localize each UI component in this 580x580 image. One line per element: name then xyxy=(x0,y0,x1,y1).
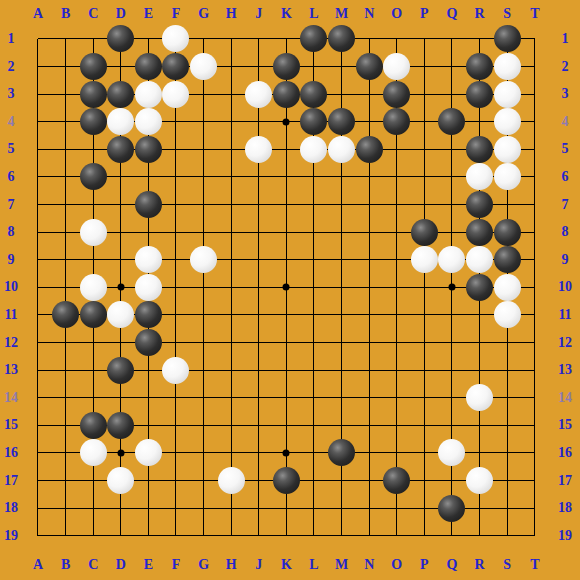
intersection-Q16[interactable] xyxy=(438,439,466,467)
intersection-E12[interactable] xyxy=(135,329,163,357)
intersection-O19[interactable] xyxy=(383,522,411,550)
intersection-C4[interactable] xyxy=(79,108,107,136)
intersection-L14[interactable] xyxy=(300,384,328,412)
intersection-J10[interactable] xyxy=(245,274,273,302)
intersection-O18[interactable] xyxy=(383,494,411,522)
intersection-P8[interactable] xyxy=(411,218,439,246)
intersection-C8[interactable] xyxy=(79,218,107,246)
intersection-M2[interactable] xyxy=(328,53,356,81)
intersection-L10[interactable] xyxy=(300,274,328,302)
intersection-J11[interactable] xyxy=(245,301,273,329)
intersection-S18[interactable] xyxy=(493,494,521,522)
intersection-B3[interactable] xyxy=(52,80,80,108)
intersection-M7[interactable] xyxy=(328,191,356,219)
intersection-A8[interactable] xyxy=(24,218,52,246)
intersection-N3[interactable] xyxy=(355,80,383,108)
intersection-D9[interactable] xyxy=(107,246,135,274)
intersection-D14[interactable] xyxy=(107,384,135,412)
intersection-J1[interactable] xyxy=(245,25,273,53)
intersection-C7[interactable] xyxy=(79,191,107,219)
intersection-A5[interactable] xyxy=(24,136,52,164)
intersection-S2[interactable] xyxy=(493,53,521,81)
intersection-B17[interactable] xyxy=(52,467,80,495)
intersection-G12[interactable] xyxy=(190,329,218,357)
intersection-S6[interactable] xyxy=(493,163,521,191)
intersection-G8[interactable] xyxy=(190,218,218,246)
intersection-A16[interactable] xyxy=(24,439,52,467)
intersection-J17[interactable] xyxy=(245,467,273,495)
intersection-N18[interactable] xyxy=(355,494,383,522)
intersection-F11[interactable] xyxy=(162,301,190,329)
intersection-T1[interactable] xyxy=(521,25,549,53)
intersection-J2[interactable] xyxy=(245,53,273,81)
intersection-E17[interactable] xyxy=(135,467,163,495)
intersection-J13[interactable] xyxy=(245,356,273,384)
intersection-J9[interactable] xyxy=(245,246,273,274)
intersection-G17[interactable] xyxy=(190,467,218,495)
intersection-R4[interactable] xyxy=(466,108,494,136)
intersection-A14[interactable] xyxy=(24,384,52,412)
intersection-M11[interactable] xyxy=(328,301,356,329)
intersection-G7[interactable] xyxy=(190,191,218,219)
intersection-C13[interactable] xyxy=(79,356,107,384)
intersection-Q7[interactable] xyxy=(438,191,466,219)
intersection-S1[interactable] xyxy=(493,25,521,53)
intersection-F14[interactable] xyxy=(162,384,190,412)
intersection-H10[interactable] xyxy=(217,274,245,302)
intersection-K2[interactable] xyxy=(273,53,301,81)
intersection-E8[interactable] xyxy=(135,218,163,246)
intersection-O6[interactable] xyxy=(383,163,411,191)
intersection-Q12[interactable] xyxy=(438,329,466,357)
intersection-O16[interactable] xyxy=(383,439,411,467)
intersection-N19[interactable] xyxy=(355,522,383,550)
intersection-C5[interactable] xyxy=(79,136,107,164)
intersection-E7[interactable] xyxy=(135,191,163,219)
intersection-D11[interactable] xyxy=(107,301,135,329)
intersection-M3[interactable] xyxy=(328,80,356,108)
intersection-J6[interactable] xyxy=(245,163,273,191)
intersection-T6[interactable] xyxy=(521,163,549,191)
intersection-S15[interactable] xyxy=(493,412,521,440)
intersection-R6[interactable] xyxy=(466,163,494,191)
intersection-B8[interactable] xyxy=(52,218,80,246)
intersection-D16[interactable] xyxy=(107,439,135,467)
intersection-E19[interactable] xyxy=(135,522,163,550)
intersection-Q9[interactable] xyxy=(438,246,466,274)
intersection-D2[interactable] xyxy=(107,53,135,81)
intersection-A17[interactable] xyxy=(24,467,52,495)
intersection-H1[interactable] xyxy=(217,25,245,53)
intersection-H16[interactable] xyxy=(217,439,245,467)
intersection-Q4[interactable] xyxy=(438,108,466,136)
intersection-B19[interactable] xyxy=(52,522,80,550)
intersection-P9[interactable] xyxy=(411,246,439,274)
intersection-J8[interactable] xyxy=(245,218,273,246)
intersection-E6[interactable] xyxy=(135,163,163,191)
intersection-G6[interactable] xyxy=(190,163,218,191)
intersection-C9[interactable] xyxy=(79,246,107,274)
intersection-Q10[interactable] xyxy=(438,274,466,302)
intersection-N8[interactable] xyxy=(355,218,383,246)
intersection-K15[interactable] xyxy=(273,412,301,440)
intersection-K14[interactable] xyxy=(273,384,301,412)
intersection-N12[interactable] xyxy=(355,329,383,357)
intersection-O14[interactable] xyxy=(383,384,411,412)
intersection-K12[interactable] xyxy=(273,329,301,357)
intersection-Q1[interactable] xyxy=(438,25,466,53)
intersection-B13[interactable] xyxy=(52,356,80,384)
intersection-M4[interactable] xyxy=(328,108,356,136)
intersection-G15[interactable] xyxy=(190,412,218,440)
intersection-B11[interactable] xyxy=(52,301,80,329)
intersection-G2[interactable] xyxy=(190,53,218,81)
intersection-G14[interactable] xyxy=(190,384,218,412)
intersection-D5[interactable] xyxy=(107,136,135,164)
intersection-P16[interactable] xyxy=(411,439,439,467)
intersection-A18[interactable] xyxy=(24,494,52,522)
intersection-R7[interactable] xyxy=(466,191,494,219)
intersection-P5[interactable] xyxy=(411,136,439,164)
intersection-L9[interactable] xyxy=(300,246,328,274)
intersection-P12[interactable] xyxy=(411,329,439,357)
intersection-T3[interactable] xyxy=(521,80,549,108)
intersection-R3[interactable] xyxy=(466,80,494,108)
intersection-S8[interactable] xyxy=(493,218,521,246)
intersection-J18[interactable] xyxy=(245,494,273,522)
intersection-H18[interactable] xyxy=(217,494,245,522)
intersection-S19[interactable] xyxy=(493,522,521,550)
intersection-H9[interactable] xyxy=(217,246,245,274)
intersection-F10[interactable] xyxy=(162,274,190,302)
intersection-K7[interactable] xyxy=(273,191,301,219)
intersection-T12[interactable] xyxy=(521,329,549,357)
intersection-D1[interactable] xyxy=(107,25,135,53)
intersection-M18[interactable] xyxy=(328,494,356,522)
intersection-F5[interactable] xyxy=(162,136,190,164)
intersection-E4[interactable] xyxy=(135,108,163,136)
intersection-E11[interactable] xyxy=(135,301,163,329)
intersection-F6[interactable] xyxy=(162,163,190,191)
intersection-H7[interactable] xyxy=(217,191,245,219)
intersection-O5[interactable] xyxy=(383,136,411,164)
intersection-L18[interactable] xyxy=(300,494,328,522)
intersection-B1[interactable] xyxy=(52,25,80,53)
intersection-C14[interactable] xyxy=(79,384,107,412)
intersection-C11[interactable] xyxy=(79,301,107,329)
intersection-F13[interactable] xyxy=(162,356,190,384)
intersection-P10[interactable] xyxy=(411,274,439,302)
intersection-D18[interactable] xyxy=(107,494,135,522)
intersection-G13[interactable] xyxy=(190,356,218,384)
intersection-P11[interactable] xyxy=(411,301,439,329)
intersection-B14[interactable] xyxy=(52,384,80,412)
intersection-M10[interactable] xyxy=(328,274,356,302)
intersection-K13[interactable] xyxy=(273,356,301,384)
intersection-K11[interactable] xyxy=(273,301,301,329)
intersection-K1[interactable] xyxy=(273,25,301,53)
intersection-O13[interactable] xyxy=(383,356,411,384)
intersection-K9[interactable] xyxy=(273,246,301,274)
intersection-T18[interactable] xyxy=(521,494,549,522)
intersection-R15[interactable] xyxy=(466,412,494,440)
intersection-D17[interactable] xyxy=(107,467,135,495)
intersection-K5[interactable] xyxy=(273,136,301,164)
intersection-F1[interactable] xyxy=(162,25,190,53)
intersection-J15[interactable] xyxy=(245,412,273,440)
intersection-L7[interactable] xyxy=(300,191,328,219)
intersection-P7[interactable] xyxy=(411,191,439,219)
intersection-J4[interactable] xyxy=(245,108,273,136)
intersection-T10[interactable] xyxy=(521,274,549,302)
intersection-S10[interactable] xyxy=(493,274,521,302)
intersection-A7[interactable] xyxy=(24,191,52,219)
intersection-T14[interactable] xyxy=(521,384,549,412)
intersection-T11[interactable] xyxy=(521,301,549,329)
intersection-N10[interactable] xyxy=(355,274,383,302)
intersection-R18[interactable] xyxy=(466,494,494,522)
intersection-G16[interactable] xyxy=(190,439,218,467)
intersection-M6[interactable] xyxy=(328,163,356,191)
intersection-D15[interactable] xyxy=(107,412,135,440)
intersection-Q3[interactable] xyxy=(438,80,466,108)
intersection-O17[interactable] xyxy=(383,467,411,495)
intersection-N11[interactable] xyxy=(355,301,383,329)
intersection-B16[interactable] xyxy=(52,439,80,467)
intersection-F12[interactable] xyxy=(162,329,190,357)
intersection-Q14[interactable] xyxy=(438,384,466,412)
intersection-H13[interactable] xyxy=(217,356,245,384)
intersection-L16[interactable] xyxy=(300,439,328,467)
intersection-S11[interactable] xyxy=(493,301,521,329)
intersection-E15[interactable] xyxy=(135,412,163,440)
intersection-R13[interactable] xyxy=(466,356,494,384)
intersection-R2[interactable] xyxy=(466,53,494,81)
intersection-Q17[interactable] xyxy=(438,467,466,495)
intersection-A13[interactable] xyxy=(24,356,52,384)
intersection-B18[interactable] xyxy=(52,494,80,522)
intersection-N16[interactable] xyxy=(355,439,383,467)
intersection-S13[interactable] xyxy=(493,356,521,384)
intersection-O4[interactable] xyxy=(383,108,411,136)
intersection-C3[interactable] xyxy=(79,80,107,108)
intersection-K3[interactable] xyxy=(273,80,301,108)
intersection-E10[interactable] xyxy=(135,274,163,302)
intersection-J19[interactable] xyxy=(245,522,273,550)
intersection-N17[interactable] xyxy=(355,467,383,495)
intersection-O15[interactable] xyxy=(383,412,411,440)
intersection-P14[interactable] xyxy=(411,384,439,412)
intersection-M8[interactable] xyxy=(328,218,356,246)
intersection-S3[interactable] xyxy=(493,80,521,108)
intersection-D4[interactable] xyxy=(107,108,135,136)
intersection-E2[interactable] xyxy=(135,53,163,81)
intersection-P13[interactable] xyxy=(411,356,439,384)
intersection-E5[interactable] xyxy=(135,136,163,164)
intersection-D10[interactable] xyxy=(107,274,135,302)
intersection-S14[interactable] xyxy=(493,384,521,412)
intersection-E18[interactable] xyxy=(135,494,163,522)
intersection-Q5[interactable] xyxy=(438,136,466,164)
intersection-T2[interactable] xyxy=(521,53,549,81)
intersection-C1[interactable] xyxy=(79,25,107,53)
intersection-Q19[interactable] xyxy=(438,522,466,550)
intersection-P1[interactable] xyxy=(411,25,439,53)
intersection-A11[interactable] xyxy=(24,301,52,329)
intersection-T15[interactable] xyxy=(521,412,549,440)
intersection-N1[interactable] xyxy=(355,25,383,53)
intersection-A9[interactable] xyxy=(24,246,52,274)
intersection-M12[interactable] xyxy=(328,329,356,357)
intersection-L12[interactable] xyxy=(300,329,328,357)
intersection-T8[interactable] xyxy=(521,218,549,246)
intersection-B9[interactable] xyxy=(52,246,80,274)
intersection-B6[interactable] xyxy=(52,163,80,191)
intersection-N9[interactable] xyxy=(355,246,383,274)
intersection-Q8[interactable] xyxy=(438,218,466,246)
intersection-L1[interactable] xyxy=(300,25,328,53)
intersection-A19[interactable] xyxy=(24,522,52,550)
intersection-R5[interactable] xyxy=(466,136,494,164)
intersection-M19[interactable] xyxy=(328,522,356,550)
intersection-N7[interactable] xyxy=(355,191,383,219)
intersection-N13[interactable] xyxy=(355,356,383,384)
intersection-R14[interactable] xyxy=(466,384,494,412)
intersection-O11[interactable] xyxy=(383,301,411,329)
intersection-G5[interactable] xyxy=(190,136,218,164)
intersection-T4[interactable] xyxy=(521,108,549,136)
intersection-F16[interactable] xyxy=(162,439,190,467)
intersection-R9[interactable] xyxy=(466,246,494,274)
intersection-S16[interactable] xyxy=(493,439,521,467)
intersection-T9[interactable] xyxy=(521,246,549,274)
intersection-D12[interactable] xyxy=(107,329,135,357)
intersection-C17[interactable] xyxy=(79,467,107,495)
intersection-F7[interactable] xyxy=(162,191,190,219)
intersection-P2[interactable] xyxy=(411,53,439,81)
intersection-H12[interactable] xyxy=(217,329,245,357)
intersection-S17[interactable] xyxy=(493,467,521,495)
intersection-L5[interactable] xyxy=(300,136,328,164)
intersection-E3[interactable] xyxy=(135,80,163,108)
intersection-R1[interactable] xyxy=(466,25,494,53)
intersection-L19[interactable] xyxy=(300,522,328,550)
intersection-K17[interactable] xyxy=(273,467,301,495)
intersection-C18[interactable] xyxy=(79,494,107,522)
intersection-K16[interactable] xyxy=(273,439,301,467)
intersection-J5[interactable] xyxy=(245,136,273,164)
intersection-O7[interactable] xyxy=(383,191,411,219)
intersection-F4[interactable] xyxy=(162,108,190,136)
intersection-Q18[interactable] xyxy=(438,494,466,522)
intersection-N5[interactable] xyxy=(355,136,383,164)
intersection-Q11[interactable] xyxy=(438,301,466,329)
intersection-K6[interactable] xyxy=(273,163,301,191)
intersection-G19[interactable] xyxy=(190,522,218,550)
intersection-C12[interactable] xyxy=(79,329,107,357)
intersection-J12[interactable] xyxy=(245,329,273,357)
intersection-C10[interactable] xyxy=(79,274,107,302)
intersection-T5[interactable] xyxy=(521,136,549,164)
intersection-E9[interactable] xyxy=(135,246,163,274)
intersection-A4[interactable] xyxy=(24,108,52,136)
intersection-R19[interactable] xyxy=(466,522,494,550)
intersection-P4[interactable] xyxy=(411,108,439,136)
intersection-J14[interactable] xyxy=(245,384,273,412)
intersection-O1[interactable] xyxy=(383,25,411,53)
intersection-H5[interactable] xyxy=(217,136,245,164)
intersection-H14[interactable] xyxy=(217,384,245,412)
intersection-B7[interactable] xyxy=(52,191,80,219)
intersection-A12[interactable] xyxy=(24,329,52,357)
intersection-L6[interactable] xyxy=(300,163,328,191)
intersection-M17[interactable] xyxy=(328,467,356,495)
intersection-D19[interactable] xyxy=(107,522,135,550)
intersection-D13[interactable] xyxy=(107,356,135,384)
intersection-H15[interactable] xyxy=(217,412,245,440)
intersection-M1[interactable] xyxy=(328,25,356,53)
intersection-T16[interactable] xyxy=(521,439,549,467)
intersection-S7[interactable] xyxy=(493,191,521,219)
intersection-D3[interactable] xyxy=(107,80,135,108)
intersection-L4[interactable] xyxy=(300,108,328,136)
intersection-Q15[interactable] xyxy=(438,412,466,440)
intersection-O10[interactable] xyxy=(383,274,411,302)
intersection-T7[interactable] xyxy=(521,191,549,219)
intersection-B5[interactable] xyxy=(52,136,80,164)
intersection-L15[interactable] xyxy=(300,412,328,440)
intersection-R10[interactable] xyxy=(466,274,494,302)
intersection-M13[interactable] xyxy=(328,356,356,384)
intersection-H8[interactable] xyxy=(217,218,245,246)
intersection-M9[interactable] xyxy=(328,246,356,274)
intersection-A10[interactable] xyxy=(24,274,52,302)
intersection-C19[interactable] xyxy=(79,522,107,550)
intersection-O3[interactable] xyxy=(383,80,411,108)
intersection-A15[interactable] xyxy=(24,412,52,440)
intersection-D8[interactable] xyxy=(107,218,135,246)
intersection-R17[interactable] xyxy=(466,467,494,495)
intersection-L3[interactable] xyxy=(300,80,328,108)
intersection-H11[interactable] xyxy=(217,301,245,329)
intersection-A6[interactable] xyxy=(24,163,52,191)
intersection-M5[interactable] xyxy=(328,136,356,164)
intersection-H17[interactable] xyxy=(217,467,245,495)
intersection-S5[interactable] xyxy=(493,136,521,164)
intersection-K8[interactable] xyxy=(273,218,301,246)
intersection-O12[interactable] xyxy=(383,329,411,357)
intersection-N6[interactable] xyxy=(355,163,383,191)
intersection-N14[interactable] xyxy=(355,384,383,412)
intersection-K19[interactable] xyxy=(273,522,301,550)
intersection-P19[interactable] xyxy=(411,522,439,550)
intersection-R8[interactable] xyxy=(466,218,494,246)
intersection-B15[interactable] xyxy=(52,412,80,440)
intersection-R11[interactable] xyxy=(466,301,494,329)
intersection-F3[interactable] xyxy=(162,80,190,108)
intersection-F18[interactable] xyxy=(162,494,190,522)
intersection-H3[interactable] xyxy=(217,80,245,108)
intersection-L2[interactable] xyxy=(300,53,328,81)
intersection-N2[interactable] xyxy=(355,53,383,81)
intersection-M15[interactable] xyxy=(328,412,356,440)
intersection-G11[interactable] xyxy=(190,301,218,329)
intersection-C2[interactable] xyxy=(79,53,107,81)
intersection-P3[interactable] xyxy=(411,80,439,108)
intersection-M16[interactable] xyxy=(328,439,356,467)
intersection-E1[interactable] xyxy=(135,25,163,53)
intersection-F8[interactable] xyxy=(162,218,190,246)
